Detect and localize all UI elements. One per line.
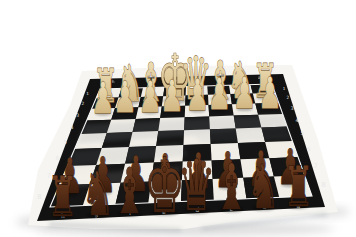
piece-white-pawn-e2: ♟ <box>160 71 183 121</box>
rank-label-right-4: 4 <box>295 117 298 123</box>
rank-label-right-8: 8 <box>321 181 325 189</box>
piece-black-bishop-c8: ♝ <box>214 151 248 224</box>
rank-label-left-8: 8 <box>37 193 41 201</box>
piece-black-queen-d8: ♛ <box>177 145 215 227</box>
piece-white-pawn-b2: ♟ <box>233 68 256 118</box>
chess-board-scene: hhggffeeddccbbaa1122334455667788♜♞♝♚♛♝♞♜… <box>0 0 356 237</box>
rank-label-left-3: 3 <box>76 113 79 118</box>
rank-label-right-5: 5 <box>301 130 304 136</box>
piece-white-pawn-d2: ♟ <box>186 70 209 120</box>
chess-set-photo: hhggffeeddccbbaa1122334455667788♜♞♝♚♛♝♞♜… <box>0 0 356 237</box>
piece-white-pawn-c2: ♟ <box>207 69 230 119</box>
rank-label-right-2: 2 <box>287 95 290 100</box>
piece-black-bishop-f8: ♝ <box>112 155 146 228</box>
piece-white-pawn-g2: ♟ <box>113 72 136 122</box>
rank-label-left-5: 5 <box>63 139 66 145</box>
piece-white-pawn-a2: ♟ <box>258 68 281 118</box>
piece-black-knight-g8: ♞ <box>81 159 114 229</box>
piece-white-pawn-h2: ♟ <box>91 73 114 123</box>
rank-label-right-6: 6 <box>307 146 311 152</box>
rank-label-right-7: 7 <box>314 162 318 169</box>
rank-label-left-2: 2 <box>82 101 85 106</box>
piece-black-knight-b8: ♞ <box>247 152 280 222</box>
piece-white-pawn-f2: ♟ <box>138 72 161 122</box>
piece-black-rook-a8: ♜ <box>283 154 313 219</box>
piece-black-rook-h8: ♜ <box>48 164 78 229</box>
rank-label-right-3: 3 <box>291 106 294 111</box>
rank-label-left-4: 4 <box>70 124 73 130</box>
